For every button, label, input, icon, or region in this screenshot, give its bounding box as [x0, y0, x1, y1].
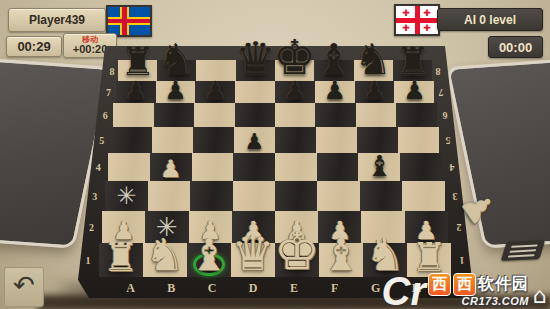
- square-a4[interactable]: [108, 153, 150, 181]
- rank-label: 4: [449, 162, 454, 173]
- square-b5[interactable]: [152, 127, 193, 153]
- menu-button[interactable]: [501, 240, 546, 261]
- brand-char: 西: [428, 273, 451, 296]
- rank-label: 8: [436, 65, 441, 76]
- square-e5[interactable]: [275, 127, 316, 153]
- file-label: F: [331, 281, 339, 296]
- square-d5[interactable]: ♟: [234, 127, 275, 153]
- square-e4[interactable]: [275, 153, 317, 181]
- square-a6[interactable]: [113, 103, 153, 127]
- black-queen-d8[interactable]: ♛: [235, 36, 275, 81]
- square-h3[interactable]: [402, 181, 444, 211]
- site-watermark: Cr 西 西 软件园 CR173.COM ⌂: [382, 273, 547, 307]
- black-pawn-d5[interactable]: ♟: [245, 131, 265, 153]
- rank-label: 5: [99, 135, 104, 146]
- square-f1[interactable]: ♝: [319, 243, 363, 277]
- black-pawn-g7[interactable]: ♟: [363, 78, 385, 103]
- white-bishop-f1[interactable]: ♝: [321, 233, 360, 277]
- square-e7[interactable]: ♟: [275, 81, 315, 103]
- white-increment-value: +00:20: [73, 44, 108, 55]
- black-pawn-f7[interactable]: ♟: [324, 78, 346, 103]
- rank-label: 2: [89, 222, 94, 233]
- square-g7[interactable]: ♟: [355, 81, 395, 103]
- black-bishop-g4[interactable]: ♝: [366, 152, 392, 181]
- black-pawn-a7[interactable]: ♟: [124, 78, 146, 103]
- square-g6[interactable]: [356, 103, 396, 127]
- white-player-nameplate: Player439: [8, 8, 106, 32]
- square-f5[interactable]: [316, 127, 357, 153]
- square-b1[interactable]: ♞: [143, 243, 187, 277]
- hamburger-icon: [511, 244, 538, 247]
- brand-char: 西: [453, 273, 476, 296]
- georgia-flag-icon: ✚ ✚ ✚ ✚: [394, 4, 440, 36]
- square-h5[interactable]: [398, 127, 439, 153]
- file-label: C: [208, 281, 218, 296]
- brand-suffix: 软件园: [478, 274, 529, 295]
- square-c1[interactable]: ♝: [187, 243, 231, 277]
- square-a5[interactable]: [111, 127, 152, 153]
- square-a1[interactable]: ♜: [99, 243, 143, 277]
- square-d3[interactable]: [233, 181, 275, 211]
- rank-row-7: ♟♟♟♟♟♟♟: [116, 81, 434, 103]
- black-pawn-e7[interactable]: ♟: [284, 78, 306, 103]
- square-d8[interactable]: ♛: [236, 60, 275, 81]
- black-player-nameplate: AI 0 level: [437, 8, 543, 31]
- square-g3[interactable]: [360, 181, 402, 211]
- white-queen-d1[interactable]: ♛: [231, 229, 274, 277]
- home-icon: ⌂: [533, 285, 547, 307]
- rank-row-3: ✳: [105, 181, 445, 211]
- rank-label: 5: [446, 135, 451, 146]
- white-rook-a1[interactable]: ♜: [103, 237, 139, 277]
- black-pawn-b7[interactable]: ♟: [164, 78, 186, 103]
- square-a7[interactable]: ♟: [116, 81, 156, 103]
- undo-button[interactable]: ↶: [4, 267, 44, 307]
- white-clock: 00:29: [6, 36, 62, 57]
- square-f6[interactable]: [315, 103, 355, 127]
- white-pawn-b4[interactable]: ♟: [160, 157, 182, 181]
- square-b4[interactable]: ♟: [150, 153, 192, 181]
- file-label: B: [167, 281, 176, 296]
- rank-label: 3: [92, 191, 97, 202]
- file-label: E: [290, 281, 299, 296]
- file-label: A: [126, 281, 136, 296]
- rank-row-6: [113, 103, 436, 127]
- rank-label: 6: [103, 110, 108, 121]
- rank-label: 4: [96, 162, 101, 173]
- white-king-e1[interactable]: ♚: [274, 226, 320, 277]
- move-hint-star[interactable]: ✳: [116, 184, 136, 208]
- square-c4[interactable]: [192, 153, 234, 181]
- square-e6[interactable]: [275, 103, 315, 127]
- rank-label: 7: [106, 87, 111, 98]
- white-bishop-c1[interactable]: ♝: [189, 233, 228, 277]
- square-d4[interactable]: [233, 153, 275, 181]
- square-d7[interactable]: [235, 81, 275, 103]
- square-f7[interactable]: ♟: [315, 81, 355, 103]
- watermark-domain: CR173.COM: [428, 296, 529, 307]
- square-c3[interactable]: [190, 181, 232, 211]
- square-d1[interactable]: ♛: [231, 243, 275, 277]
- rank-label: 1: [86, 255, 91, 266]
- square-h4[interactable]: [400, 153, 442, 181]
- square-f4[interactable]: [317, 153, 359, 181]
- square-h7[interactable]: ♟: [394, 81, 434, 103]
- rank-label: 7: [439, 87, 444, 98]
- square-f3[interactable]: [317, 181, 359, 211]
- square-b3[interactable]: [148, 181, 190, 211]
- rank-row-4: ♟♝: [108, 153, 442, 181]
- black-knight-g8[interactable]: ♞: [354, 39, 392, 81]
- white-knight-b1[interactable]: ♞: [145, 233, 184, 277]
- square-g4[interactable]: ♝: [358, 153, 400, 181]
- square-e3[interactable]: [275, 181, 317, 211]
- black-pawn-h7[interactable]: ♟: [403, 78, 425, 103]
- square-c7[interactable]: ♟: [195, 81, 235, 103]
- black-king-e8[interactable]: ♚: [273, 33, 316, 81]
- square-c6[interactable]: [194, 103, 234, 127]
- file-label: D: [249, 281, 259, 296]
- rank-label: 8: [110, 65, 115, 76]
- rank-label: 2: [456, 222, 461, 233]
- square-b7[interactable]: ♟: [156, 81, 196, 103]
- black-knight-b8[interactable]: ♞: [158, 39, 196, 81]
- square-h6[interactable]: [396, 103, 436, 127]
- black-bishop-f8[interactable]: ♝: [315, 39, 353, 81]
- square-b6[interactable]: [154, 103, 194, 127]
- rank-label: 6: [442, 110, 447, 121]
- square-c5[interactable]: [193, 127, 234, 153]
- square-d6[interactable]: [235, 103, 275, 127]
- file-label: G: [371, 281, 381, 296]
- rank-label: 1: [460, 255, 465, 266]
- square-a3[interactable]: ✳: [105, 181, 147, 211]
- black-pawn-c7[interactable]: ♟: [204, 78, 226, 103]
- black-clock: 00:00: [488, 36, 543, 58]
- undo-arrow-icon: ↶: [13, 272, 35, 298]
- game-screen: ♟ ♜♞♛♚♝♞♜♟♟♟♟♟♟♟♟♟♝✳♟✳♟♟♟♟♟♜♞♝♛♚♝♞♜ 8877…: [0, 0, 550, 309]
- square-e1[interactable]: ♚: [275, 243, 319, 277]
- rank-label: 3: [453, 191, 458, 202]
- watermark-logo: Cr: [382, 275, 426, 307]
